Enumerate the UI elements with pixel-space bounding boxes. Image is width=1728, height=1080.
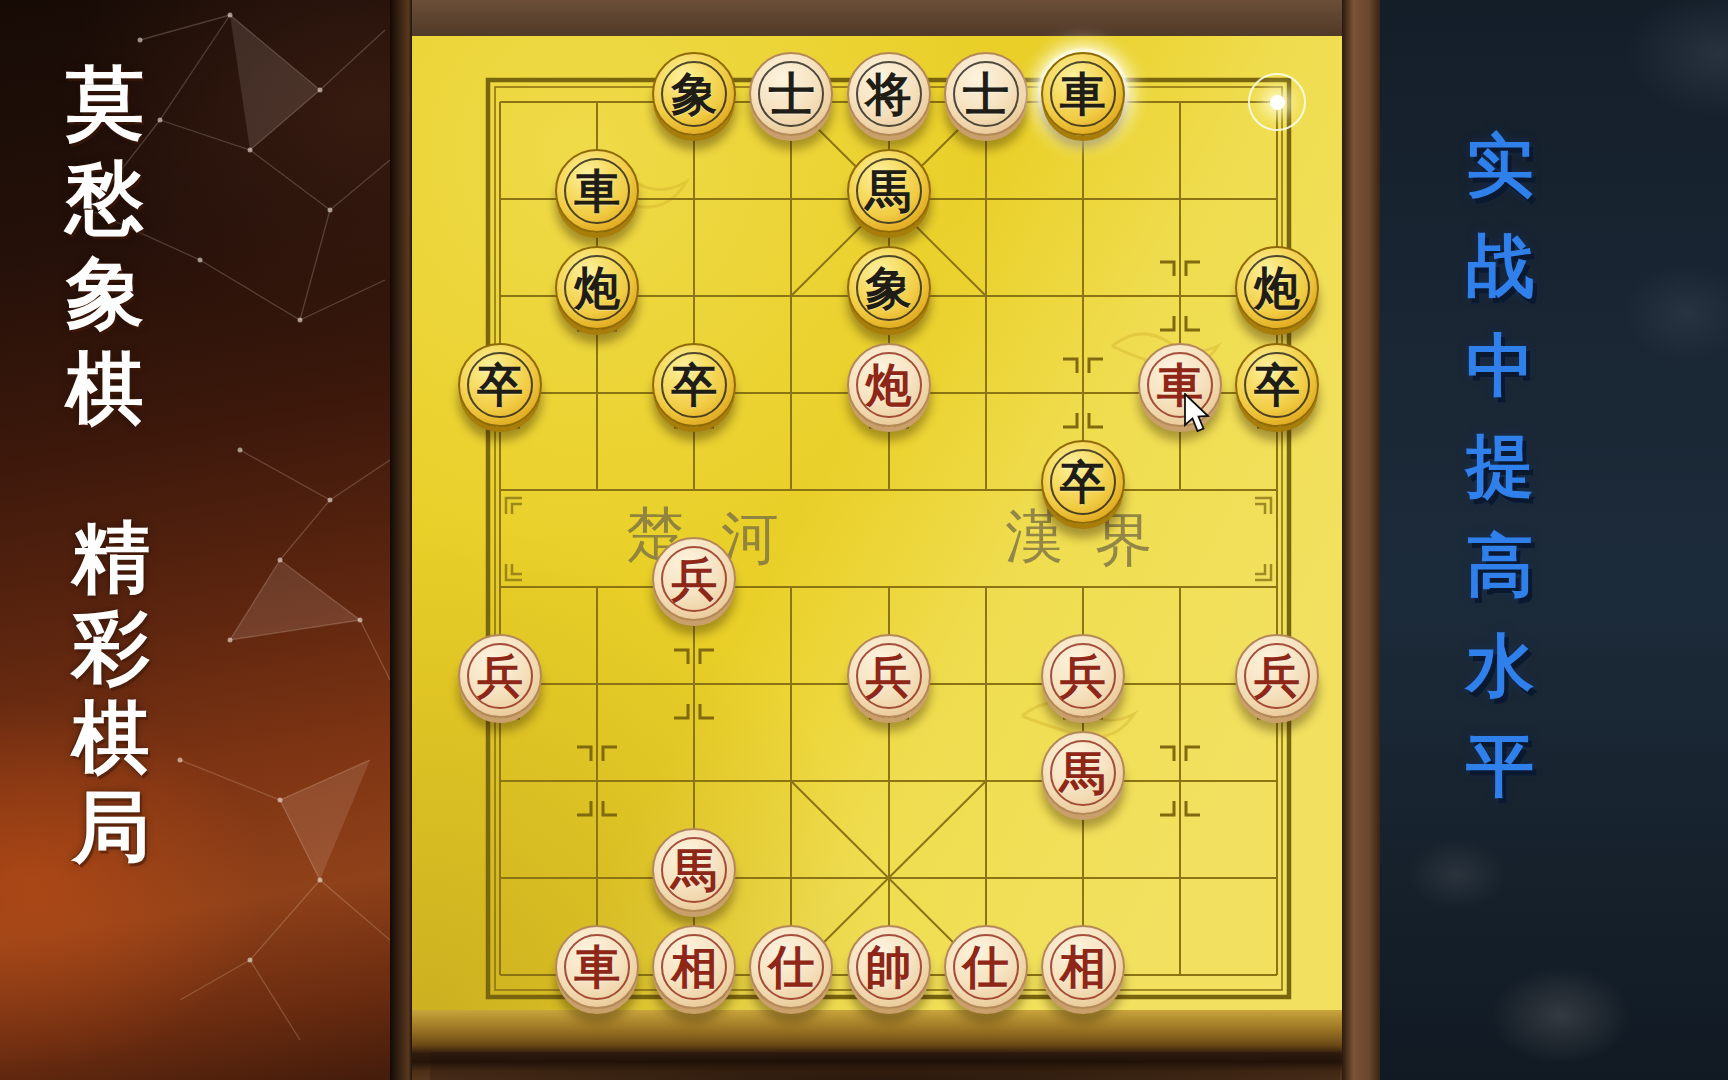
piece-black-horse[interactable]: 馬 (847, 149, 931, 233)
piece-black-elephant[interactable]: 象 (847, 246, 931, 330)
piece-glyph: 卒 (1254, 362, 1300, 408)
piece-glyph: 仕 (963, 944, 1009, 990)
title-char: 中 (1466, 316, 1534, 416)
piece-glyph: 炮 (574, 265, 620, 311)
piece-glyph: 卒 (477, 362, 523, 408)
slogan-text: 实战中提高水平 (1466, 116, 1534, 816)
piece-black-soldier[interactable]: 卒 (652, 343, 736, 427)
piece-red-chariot[interactable]: 車 (1138, 343, 1222, 427)
title-char: 平 (1466, 716, 1534, 816)
piece-glyph: 帥 (866, 944, 912, 990)
piece-glyph: 炮 (866, 362, 912, 408)
piece-glyph: 兵 (477, 653, 523, 699)
title-char: 战 (1466, 216, 1534, 316)
piece-glyph: 兵 (671, 556, 717, 602)
piece-red-chariot[interactable]: 車 (555, 925, 639, 1009)
title-char: 棋 (66, 341, 144, 436)
glow-dot (1270, 95, 1285, 110)
title-char: 局 (72, 782, 150, 872)
title-char: 棋 (72, 692, 150, 782)
title-char: 莫 (66, 56, 144, 151)
piece-glyph: 炮 (1254, 265, 1300, 311)
piece-red-soldier[interactable]: 兵 (1041, 634, 1125, 718)
piece-red-horse[interactable]: 馬 (652, 828, 736, 912)
piece-glyph: 相 (671, 944, 717, 990)
title-char: 提 (1466, 416, 1534, 516)
title-char: 精 (72, 512, 150, 602)
piece-glyph: 車 (574, 168, 620, 214)
piece-red-horse[interactable]: 馬 (1041, 731, 1125, 815)
piece-glyph: 兵 (866, 653, 912, 699)
last-move-origin-marker (1248, 73, 1306, 131)
frame-left-edge (390, 0, 412, 1080)
piece-red-elephant[interactable]: 相 (1041, 925, 1125, 1009)
piece-black-cannon[interactable]: 炮 (1235, 246, 1319, 330)
piece-black-cannon[interactable]: 炮 (555, 246, 639, 330)
frame-right-edge (1342, 0, 1380, 1080)
piece-glyph: 象 (671, 71, 717, 117)
piece-red-soldier[interactable]: 兵 (652, 537, 736, 621)
piece-glyph: 士 (963, 71, 1009, 117)
app-subtitle: 精彩棋局 (72, 512, 150, 872)
piece-glyph: 兵 (1060, 653, 1106, 699)
piece-red-soldier[interactable]: 兵 (847, 634, 931, 718)
piece-black-chariot[interactable]: 車 (555, 149, 639, 233)
piece-black-advisor[interactable]: 士 (749, 52, 833, 136)
piece-red-advisor[interactable]: 仕 (749, 925, 833, 1009)
piece-glyph: 馬 (671, 847, 717, 893)
piece-black-advisor[interactable]: 士 (944, 52, 1028, 136)
piece-glyph: 象 (866, 265, 912, 311)
piece-glyph: 卒 (671, 362, 717, 408)
title-char: 愁 (66, 151, 144, 246)
right-banner-panel: 实战中提高水平 (1380, 0, 1728, 1080)
plexus-network-decoration (0, 0, 390, 1080)
piece-glyph: 将 (866, 71, 912, 117)
title-char: 象 (66, 246, 144, 341)
piece-glyph: 卒 (1060, 459, 1106, 505)
piece-glyph: 車 (1060, 71, 1106, 117)
app-title: 莫愁象棋 (66, 56, 144, 436)
piece-black-general[interactable]: 将 (847, 52, 931, 136)
piece-black-elephant[interactable]: 象 (652, 52, 736, 136)
piece-red-cannon[interactable]: 炮 (847, 343, 931, 427)
title-char: 彩 (72, 602, 150, 692)
piece-red-elephant[interactable]: 相 (652, 925, 736, 1009)
title-char: 高 (1466, 516, 1534, 616)
piece-black-soldier[interactable]: 卒 (1041, 440, 1125, 524)
piece-glyph: 馬 (1060, 750, 1106, 796)
piece-black-chariot[interactable]: 車 (1041, 52, 1125, 136)
piece-glyph: 兵 (1254, 653, 1300, 699)
xiangqi-board[interactable]: 楚 河 漢 界 象士将士車車馬炮象炮卒卒卒卒炮車兵兵兵兵兵馬馬車相仕帥仕相 (412, 36, 1342, 1010)
screen: 莫愁象棋 精彩棋局 实战中提高水平 (0, 0, 1728, 1080)
piece-red-soldier[interactable]: 兵 (458, 634, 542, 718)
frame-shadow (430, 1052, 1340, 1080)
title-char: 水 (1466, 616, 1534, 716)
title-char: 实 (1466, 116, 1534, 216)
piece-glyph: 仕 (768, 944, 814, 990)
piece-black-soldier[interactable]: 卒 (458, 343, 542, 427)
piece-red-advisor[interactable]: 仕 (944, 925, 1028, 1009)
piece-glyph: 車 (574, 944, 620, 990)
piece-glyph: 車 (1157, 362, 1203, 408)
piece-red-soldier[interactable]: 兵 (1235, 634, 1319, 718)
piece-red-general[interactable]: 帥 (847, 925, 931, 1009)
piece-glyph: 馬 (866, 168, 912, 214)
left-banner-panel: 莫愁象棋 精彩棋局 (0, 0, 390, 1080)
piece-black-soldier[interactable]: 卒 (1235, 343, 1319, 427)
piece-glyph: 士 (768, 71, 814, 117)
piece-glyph: 相 (1060, 944, 1106, 990)
